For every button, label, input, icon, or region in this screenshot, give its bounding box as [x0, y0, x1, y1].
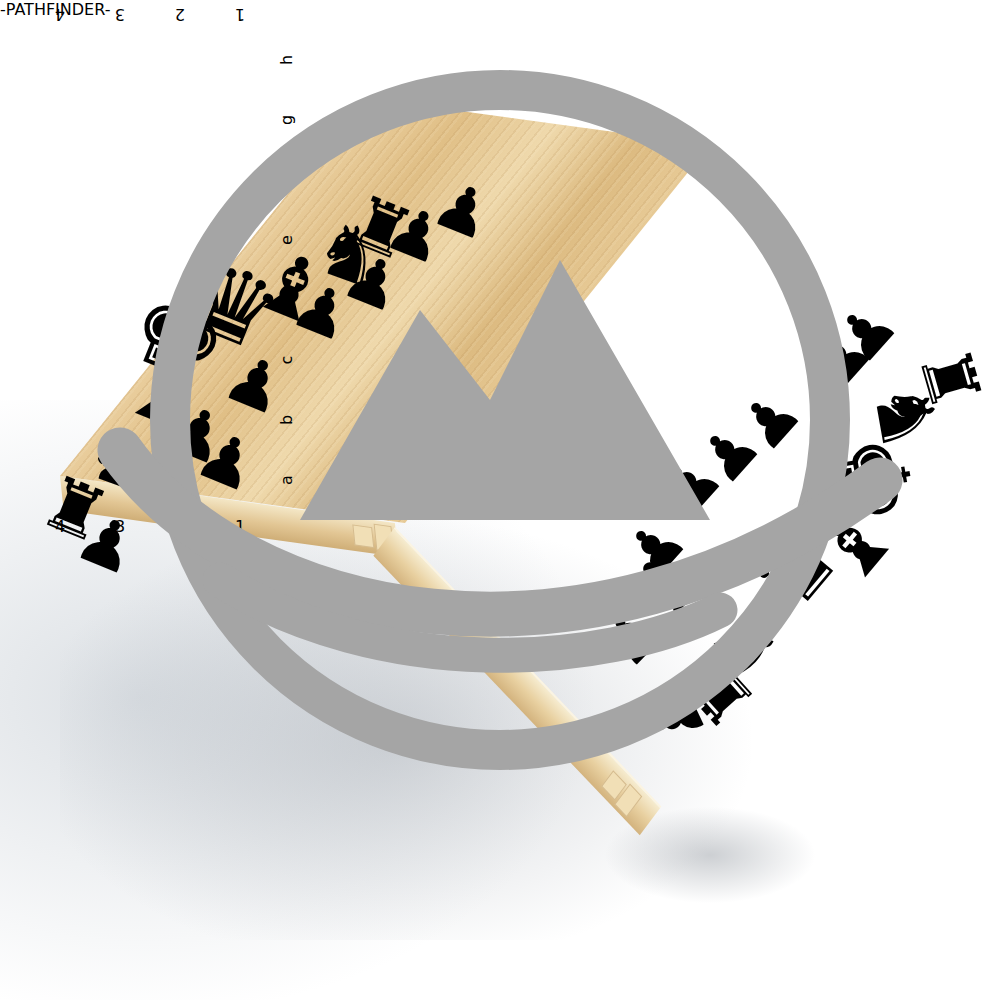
- mountain-logo-icon: [0, 0, 1000, 1000]
- product-photo-stage: 43214321abcdefgh ♟♟♜♞♟♝♟♛♚♟♝♟♟♞♜♟♟♟♜♞♟♟♚…: [0, 0, 1000, 1000]
- brand-text: -PATHFINDER-: [0, 0, 110, 19]
